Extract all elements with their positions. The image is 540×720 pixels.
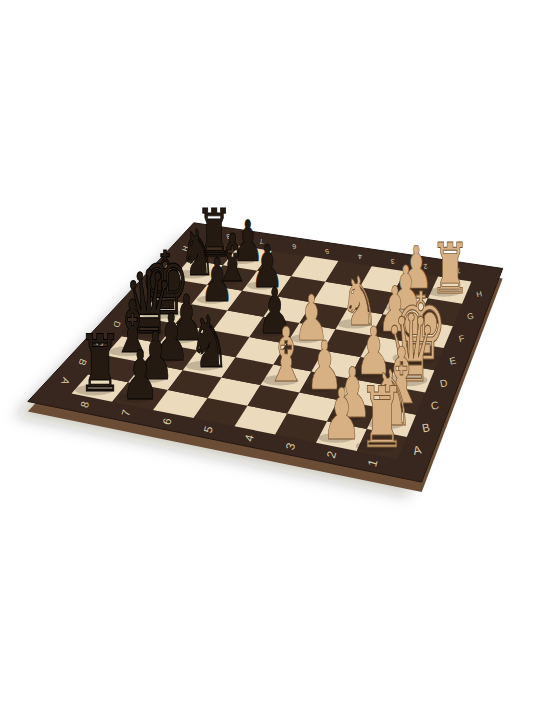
piece-black-pawn-a7[interactable]: ♟ (118, 335, 159, 414)
piece-black-rook-a8[interactable]: ♜ (75, 318, 122, 410)
piece-white-bishop-c4[interactable]: ♝ (262, 312, 307, 400)
white-bishop-glyph: ♝ (265, 312, 307, 400)
black-rook-glyph: ♜ (78, 318, 122, 410)
black-pawn-glyph: ♟ (121, 335, 159, 414)
white-pawn-glyph: ♟ (322, 373, 362, 456)
chessboard: 1122334455667788AABBCCDDEEFFGGHH ♜♟♞♝♟♟♜… (0, 0, 540, 720)
white-rook-glyph: ♜ (358, 369, 405, 467)
piece-black-knight-c6[interactable]: ♞ (186, 301, 229, 384)
piece-white-rook-a1[interactable]: ♜ (356, 369, 406, 467)
chessboard-photo-stage: 1122334455667788AABBCCDDEEFFGGHH ♜♟♞♝♟♟♜… (0, 0, 540, 720)
piece-white-pawn-a2[interactable]: ♟ (319, 373, 362, 456)
black-knight-glyph: ♞ (189, 301, 229, 384)
